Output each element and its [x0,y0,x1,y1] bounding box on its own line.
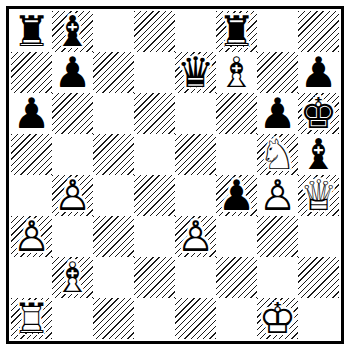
square-d3[interactable] [134,216,175,257]
board-frame: ♜♝♜♟♛♝♗♟♟♟♚♞♘♝♟♙♟♟♙♛♕♟♙♟♙♝♗♜♖♚♔ [6,6,344,344]
square-e8[interactable] [175,11,216,52]
square-b6[interactable] [52,93,93,134]
square-h5[interactable]: ♝ [298,134,339,175]
square-g5[interactable]: ♞♘ [257,134,298,175]
square-h7[interactable]: ♟ [298,52,339,93]
square-g3[interactable] [257,216,298,257]
piece-black-king: ♚ [298,93,339,134]
square-g8[interactable] [257,11,298,52]
square-a8[interactable]: ♜ [11,11,52,52]
square-e3[interactable]: ♟♙ [175,216,216,257]
square-b4[interactable]: ♟♙ [52,175,93,216]
piece-black-pawn: ♟ [216,175,257,216]
square-g2[interactable] [257,257,298,298]
square-d2[interactable] [134,257,175,298]
square-a4[interactable] [11,175,52,216]
piece-black-bishop: ♝ [298,134,339,175]
piece-white-pawn: ♟♙ [11,216,52,257]
square-c4[interactable] [93,175,134,216]
square-f7[interactable]: ♝♗ [216,52,257,93]
square-c2[interactable] [93,257,134,298]
piece-black-pawn: ♟ [257,93,298,134]
square-g4[interactable]: ♟♙ [257,175,298,216]
square-e7[interactable]: ♛ [175,52,216,93]
square-d6[interactable] [134,93,175,134]
piece-white-pawn: ♟♙ [52,175,93,216]
square-c5[interactable] [93,134,134,175]
square-b8[interactable]: ♝ [52,11,93,52]
square-h2[interactable] [298,257,339,298]
square-e2[interactable] [175,257,216,298]
square-a3[interactable]: ♟♙ [11,216,52,257]
square-h1[interactable] [298,298,339,339]
piece-white-pawn: ♟♙ [257,175,298,216]
square-f6[interactable] [216,93,257,134]
square-f8[interactable]: ♜ [216,11,257,52]
square-b2[interactable]: ♝♗ [52,257,93,298]
square-d1[interactable] [134,298,175,339]
square-b3[interactable] [52,216,93,257]
square-f1[interactable] [216,298,257,339]
square-a1[interactable]: ♜♖ [11,298,52,339]
square-e1[interactable] [175,298,216,339]
square-f5[interactable] [216,134,257,175]
square-g6[interactable]: ♟ [257,93,298,134]
square-h6[interactable]: ♚ [298,93,339,134]
piece-black-pawn: ♟ [52,52,93,93]
square-d7[interactable] [134,52,175,93]
square-a6[interactable]: ♟ [11,93,52,134]
square-f2[interactable] [216,257,257,298]
square-e6[interactable] [175,93,216,134]
square-f3[interactable] [216,216,257,257]
square-d8[interactable] [134,11,175,52]
square-c6[interactable] [93,93,134,134]
square-h8[interactable] [298,11,339,52]
square-b7[interactable]: ♟ [52,52,93,93]
piece-white-king: ♚♔ [257,298,298,339]
square-f4[interactable]: ♟ [216,175,257,216]
square-b5[interactable] [52,134,93,175]
piece-black-pawn: ♟ [298,52,339,93]
square-c1[interactable] [93,298,134,339]
square-c3[interactable] [93,216,134,257]
square-h3[interactable] [298,216,339,257]
square-e5[interactable] [175,134,216,175]
piece-black-queen: ♛ [175,52,216,93]
square-a7[interactable] [11,52,52,93]
square-b1[interactable] [52,298,93,339]
piece-white-rook: ♜♖ [11,298,52,339]
square-d4[interactable] [134,175,175,216]
square-g7[interactable] [257,52,298,93]
chess-board: ♜♝♜♟♛♝♗♟♟♟♚♞♘♝♟♙♟♟♙♛♕♟♙♟♙♝♗♜♖♚♔ [11,11,339,339]
piece-black-rook: ♜ [216,11,257,52]
square-d5[interactable] [134,134,175,175]
piece-white-bishop: ♝♗ [52,257,93,298]
piece-white-bishop: ♝♗ [216,52,257,93]
piece-white-queen: ♛♕ [298,175,339,216]
piece-white-knight: ♞♘ [257,134,298,175]
square-h4[interactable]: ♛♕ [298,175,339,216]
square-a2[interactable] [11,257,52,298]
square-c8[interactable] [93,11,134,52]
piece-white-pawn: ♟♙ [175,216,216,257]
square-e4[interactable] [175,175,216,216]
square-a5[interactable] [11,134,52,175]
square-c7[interactable] [93,52,134,93]
piece-black-bishop: ♝ [52,11,93,52]
piece-black-pawn: ♟ [11,93,52,134]
piece-black-rook: ♜ [11,11,52,52]
square-g1[interactable]: ♚♔ [257,298,298,339]
